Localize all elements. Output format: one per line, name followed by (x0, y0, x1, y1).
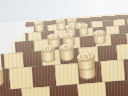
checker-piece[interactable] (40, 45, 55, 63)
scene-background (0, 0, 128, 96)
pieces-layer (0, 4, 128, 96)
checker-piece[interactable] (78, 23, 89, 36)
checker-king[interactable] (77, 52, 95, 71)
checker-piece[interactable] (34, 21, 43, 32)
checker-piece[interactable] (0, 65, 4, 87)
checkers-board (0, 4, 128, 96)
checker-piece[interactable] (94, 30, 107, 45)
checker-piece[interactable] (59, 44, 74, 62)
